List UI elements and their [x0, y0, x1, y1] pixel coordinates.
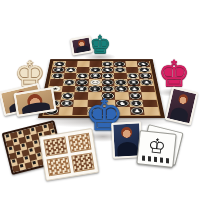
card-quadrants[interactable] [39, 128, 99, 181]
chip-b[interactable]: ♝ [114, 62, 125, 67]
portrait-image [167, 89, 196, 123]
mini-board-quadrant [43, 136, 67, 156]
chip-p[interactable]: ♟ [65, 67, 76, 72]
board-square[interactable] [142, 92, 157, 99]
chip-n[interactable]: ♞ [102, 67, 113, 72]
portrait-image [72, 38, 91, 54]
chip-p[interactable]: ♟ [63, 79, 75, 85]
chip-p[interactable]: ♟ [102, 73, 113, 78]
chip-n[interactable]: ♞ [127, 73, 139, 78]
sketch-floor-lines [141, 155, 169, 163]
chip-r[interactable]: ♜ [90, 73, 101, 78]
product-scene: ♞♜♝♞♜♟♝♞♛♟♝♞♜♟♞♜♟♛♞♝♜♟★♜♝♛♞♟♞♝♜♟♜♞♝♞♜♟ ♚… [0, 0, 200, 200]
board-square[interactable]: ♟ [130, 107, 145, 115]
board-square[interactable]: ♝ [129, 100, 144, 108]
mini-board-quadrant [71, 152, 95, 172]
chip-r[interactable]: ♜ [128, 79, 140, 85]
board-square[interactable]: ♜ [128, 92, 142, 99]
board-square[interactable] [143, 100, 158, 108]
chip-n[interactable]: ♞ [77, 73, 88, 78]
chip-r[interactable]: ♜ [140, 73, 152, 78]
portrait-image [16, 89, 55, 114]
king-sketch-icon: ♔ [147, 135, 167, 157]
chip-r[interactable]: ♜ [53, 67, 65, 72]
chip-n[interactable]: ♞ [102, 79, 113, 85]
mini-board-quadrant [47, 156, 71, 176]
chip-q[interactable]: ♛ [114, 67, 125, 72]
chip-n[interactable]: ♞ [138, 62, 149, 67]
board-square[interactable]: ♞ [60, 92, 74, 99]
chip-n[interactable]: ♞ [61, 93, 74, 99]
chip-p[interactable]: ♟ [139, 67, 151, 72]
board-square[interactable] [144, 107, 160, 115]
board-square[interactable] [61, 86, 75, 93]
chip-p[interactable]: ♟ [128, 86, 140, 92]
chip-r[interactable]: ♜ [102, 62, 113, 67]
chip-b[interactable]: ♝ [90, 67, 101, 72]
chip-r[interactable]: ♜ [129, 93, 142, 99]
chip-b[interactable]: ♝ [115, 79, 127, 85]
chip-n[interactable]: ♞ [54, 62, 65, 67]
card-portrait-right[interactable] [165, 86, 199, 125]
mini-board-quadrant [68, 133, 92, 153]
board-square[interactable] [58, 107, 73, 115]
chip-b[interactable]: ♝ [130, 100, 143, 107]
chip-q[interactable]: ♛ [76, 79, 88, 85]
chip-p[interactable]: ♟ [131, 108, 144, 115]
card-portrait-top-left[interactable] [70, 35, 94, 55]
chip-p[interactable]: ♟ [141, 79, 153, 85]
chip-ring[interactable] [90, 80, 100, 85]
board-square[interactable] [141, 86, 155, 93]
chip-b[interactable]: ♝ [51, 73, 63, 78]
chip-r[interactable]: ♜ [60, 100, 73, 107]
board-square[interactable]: ♟ [128, 86, 142, 93]
card-sketch-front[interactable]: ♔ [136, 130, 176, 168]
board-square[interactable]: ♜ [59, 100, 74, 108]
